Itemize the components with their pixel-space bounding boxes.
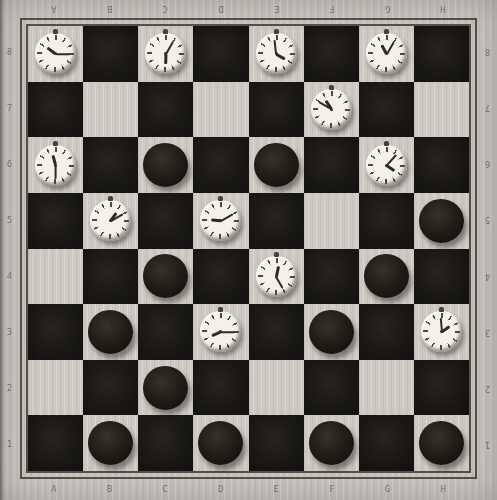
- minute-hand: [56, 53, 70, 55]
- square-b4[interactable]: [83, 249, 138, 305]
- square-b6[interactable]: [83, 137, 138, 193]
- square-f5[interactable]: [304, 193, 359, 249]
- square-c8[interactable]: [138, 26, 193, 82]
- square-h3[interactable]: [414, 304, 469, 360]
- file-label-bottom-a: A: [26, 483, 82, 496]
- file-label-top-f: F: [304, 2, 360, 15]
- rank-label-left-3: 3: [1, 305, 18, 361]
- square-f6[interactable]: [304, 137, 359, 193]
- watch-stem: [274, 29, 279, 34]
- file-label-bottom-h: H: [415, 483, 471, 496]
- rank-label-left-4: 4: [1, 249, 18, 305]
- square-f8[interactable]: [304, 26, 359, 82]
- square-g4[interactable]: [359, 249, 414, 305]
- file-label-bottom-d: D: [193, 483, 249, 496]
- square-e6[interactable]: [249, 137, 304, 193]
- square-c3[interactable]: [138, 304, 193, 360]
- square-h5[interactable]: [414, 193, 469, 249]
- square-h7[interactable]: [414, 82, 469, 138]
- rank-labels-left: 87654321: [1, 24, 18, 473]
- white-clock-piece-g6[interactable]: [366, 145, 407, 186]
- watch-center-pin: [385, 164, 388, 167]
- square-e7[interactable]: [249, 82, 304, 138]
- square-c4[interactable]: [138, 249, 193, 305]
- square-b1[interactable]: [83, 415, 138, 471]
- white-clock-piece-g8[interactable]: [366, 33, 407, 74]
- square-h6[interactable]: [414, 137, 469, 193]
- watch-center-pin: [330, 108, 333, 111]
- square-g8[interactable]: [359, 26, 414, 82]
- white-clock-piece-d3[interactable]: [200, 311, 241, 352]
- square-e3[interactable]: [249, 304, 304, 360]
- square-f2[interactable]: [304, 360, 359, 416]
- square-d3[interactable]: [193, 304, 248, 360]
- square-f1[interactable]: [304, 415, 359, 471]
- white-clock-piece-f7[interactable]: [311, 89, 352, 130]
- minute-hand: [221, 331, 235, 333]
- black-man-g4[interactable]: [364, 254, 409, 298]
- file-label-top-c: C: [137, 2, 193, 15]
- square-h4[interactable]: [414, 249, 469, 305]
- square-a6[interactable]: [28, 137, 83, 193]
- square-c1[interactable]: [138, 415, 193, 471]
- square-g6[interactable]: [359, 137, 414, 193]
- square-b2[interactable]: [83, 360, 138, 416]
- square-a7[interactable]: [28, 82, 83, 138]
- white-clock-piece-b5[interactable]: [90, 200, 131, 241]
- watch-center-pin: [275, 52, 278, 55]
- rank-label-right-7: 7: [479, 80, 496, 136]
- square-c2[interactable]: [138, 360, 193, 416]
- watch-stem: [163, 29, 168, 34]
- square-e5[interactable]: [249, 193, 304, 249]
- watch-stem: [218, 196, 223, 201]
- black-man-f1[interactable]: [309, 421, 354, 465]
- rank-label-right-5: 5: [479, 192, 496, 248]
- square-g1[interactable]: [359, 415, 414, 471]
- rank-label-right-4: 4: [479, 249, 496, 305]
- square-a3[interactable]: [28, 304, 83, 360]
- square-g7[interactable]: [359, 82, 414, 138]
- watch-stem: [108, 196, 113, 201]
- square-c6[interactable]: [138, 137, 193, 193]
- square-a8[interactable]: [28, 26, 83, 82]
- rank-label-left-8: 8: [1, 24, 18, 80]
- file-label-bottom-f: F: [304, 483, 360, 496]
- square-g2[interactable]: [359, 360, 414, 416]
- rank-label-left-6: 6: [1, 136, 18, 192]
- black-man-c6[interactable]: [143, 143, 188, 187]
- square-d4[interactable]: [193, 249, 248, 305]
- file-labels-top: ABCDEFGH: [26, 2, 471, 15]
- watch-stem: [274, 252, 279, 257]
- file-label-top-h: H: [415, 2, 471, 15]
- square-g5[interactable]: [359, 193, 414, 249]
- rank-label-right-6: 6: [479, 136, 496, 192]
- square-g3[interactable]: [359, 304, 414, 360]
- watch-stem: [384, 141, 389, 146]
- square-a5[interactable]: [28, 193, 83, 249]
- watch-stem: [329, 85, 334, 90]
- rank-label-right-2: 2: [479, 361, 496, 417]
- white-clock-piece-e8[interactable]: [256, 33, 297, 74]
- file-label-top-g: G: [360, 2, 416, 15]
- black-man-f3[interactable]: [309, 310, 354, 354]
- rank-label-left-7: 7: [1, 80, 18, 136]
- square-b3[interactable]: [83, 304, 138, 360]
- square-d7[interactable]: [193, 82, 248, 138]
- square-e4[interactable]: [249, 249, 304, 305]
- watch-stem: [439, 307, 444, 312]
- watch-stem: [218, 307, 223, 312]
- file-label-top-b: B: [82, 2, 138, 15]
- checkerboard-photo: ABCDEFGH ABCDEFGH 87654321 87654321: [0, 0, 497, 500]
- watch-stem: [384, 29, 389, 34]
- black-man-d1[interactable]: [198, 421, 243, 465]
- square-b7[interactable]: [83, 82, 138, 138]
- square-d1[interactable]: [193, 415, 248, 471]
- square-f7[interactable]: [304, 82, 359, 138]
- rank-label-left-1: 1: [1, 417, 18, 473]
- file-label-bottom-c: C: [137, 483, 193, 496]
- square-d6[interactable]: [193, 137, 248, 193]
- square-b8[interactable]: [83, 26, 138, 82]
- square-f3[interactable]: [304, 304, 359, 360]
- black-man-h5[interactable]: [419, 199, 464, 243]
- square-d8[interactable]: [193, 26, 248, 82]
- square-c5[interactable]: [138, 193, 193, 249]
- square-h1[interactable]: [414, 415, 469, 471]
- file-label-bottom-g: G: [360, 483, 416, 496]
- white-clock-piece-a6[interactable]: [35, 145, 76, 186]
- black-man-c4[interactable]: [143, 254, 188, 298]
- rank-label-right-3: 3: [479, 305, 496, 361]
- square-c7[interactable]: [138, 82, 193, 138]
- square-a1[interactable]: [28, 415, 83, 471]
- black-man-b1[interactable]: [88, 421, 133, 465]
- white-clock-piece-d5[interactable]: [200, 200, 241, 241]
- rank-label-right-8: 8: [479, 24, 496, 80]
- square-a2[interactable]: [28, 360, 83, 416]
- watch-center-pin: [54, 164, 57, 167]
- square-e2[interactable]: [249, 360, 304, 416]
- black-man-c2[interactable]: [143, 366, 188, 410]
- watch-stem: [53, 141, 58, 146]
- watch-center-pin: [275, 275, 278, 278]
- file-label-bottom-e: E: [249, 483, 305, 496]
- board-frame: [20, 18, 477, 479]
- square-e1[interactable]: [249, 415, 304, 471]
- checkers-board: [26, 24, 471, 473]
- file-label-top-d: D: [193, 2, 249, 15]
- black-man-b3[interactable]: [88, 310, 133, 354]
- white-clock-piece-e4[interactable]: [256, 256, 297, 297]
- white-clock-piece-h3[interactable]: [421, 311, 462, 352]
- rank-labels-right: 87654321: [479, 24, 496, 473]
- square-a4[interactable]: [28, 249, 83, 305]
- minute-hand: [55, 165, 57, 179]
- square-f4[interactable]: [304, 249, 359, 305]
- square-h8[interactable]: [414, 26, 469, 82]
- file-label-bottom-b: B: [82, 483, 138, 496]
- rank-label-left-5: 5: [1, 192, 18, 248]
- black-man-e6[interactable]: [254, 143, 299, 187]
- file-label-top-e: E: [249, 2, 305, 15]
- rank-label-right-1: 1: [479, 417, 496, 473]
- square-e8[interactable]: [249, 26, 304, 82]
- watch-stem: [53, 29, 58, 34]
- square-d2[interactable]: [193, 360, 248, 416]
- hour-hand: [164, 54, 167, 64]
- white-clock-piece-c8[interactable]: [145, 33, 186, 74]
- square-h2[interactable]: [414, 360, 469, 416]
- rank-label-left-2: 2: [1, 361, 18, 417]
- file-label-top-a: A: [26, 2, 82, 15]
- white-clock-piece-a8[interactable]: [35, 33, 76, 74]
- square-b5[interactable]: [83, 193, 138, 249]
- file-labels-bottom: ABCDEFGH: [26, 483, 471, 496]
- black-man-h1[interactable]: [419, 421, 464, 465]
- square-d5[interactable]: [193, 193, 248, 249]
